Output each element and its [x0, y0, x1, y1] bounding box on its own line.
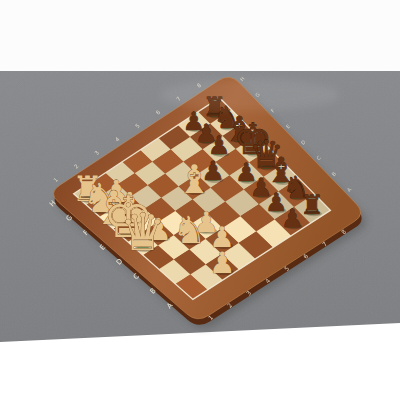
- frame-sheen: [160, 79, 340, 111]
- piece-black-rook-a8[interactable]: ♜: [300, 189, 324, 220]
- piece-white-bishop-e5[interactable]: ♝: [177, 156, 212, 202]
- piece-white-knight-c3[interactable]: ♞: [173, 208, 207, 252]
- chess-set-photo: HGFEDCBA12345678HGFEDCBA12345678♜♞♟♝♟♚♟♛…: [0, 0, 400, 400]
- svg-text:♟: ♟: [209, 246, 235, 280]
- svg-text:♟: ♟: [281, 204, 304, 233]
- svg-text:♜: ♜: [300, 189, 324, 220]
- piece-white-queen-d1[interactable]: ♛: [120, 202, 166, 262]
- chess-board-scene: HGFEDCBA12345678HGFEDCBA12345678♜♞♟♝♟♚♟♛…: [0, 0, 400, 400]
- svg-text:♛: ♛: [120, 202, 166, 262]
- piece-white-pawn-a3[interactable]: ♟: [209, 246, 235, 280]
- piece-black-pawn-a7[interactable]: ♟: [281, 204, 304, 233]
- white-band-top: [0, 0, 400, 71]
- svg-text:♞: ♞: [173, 208, 207, 252]
- svg-text:♝: ♝: [177, 156, 212, 202]
